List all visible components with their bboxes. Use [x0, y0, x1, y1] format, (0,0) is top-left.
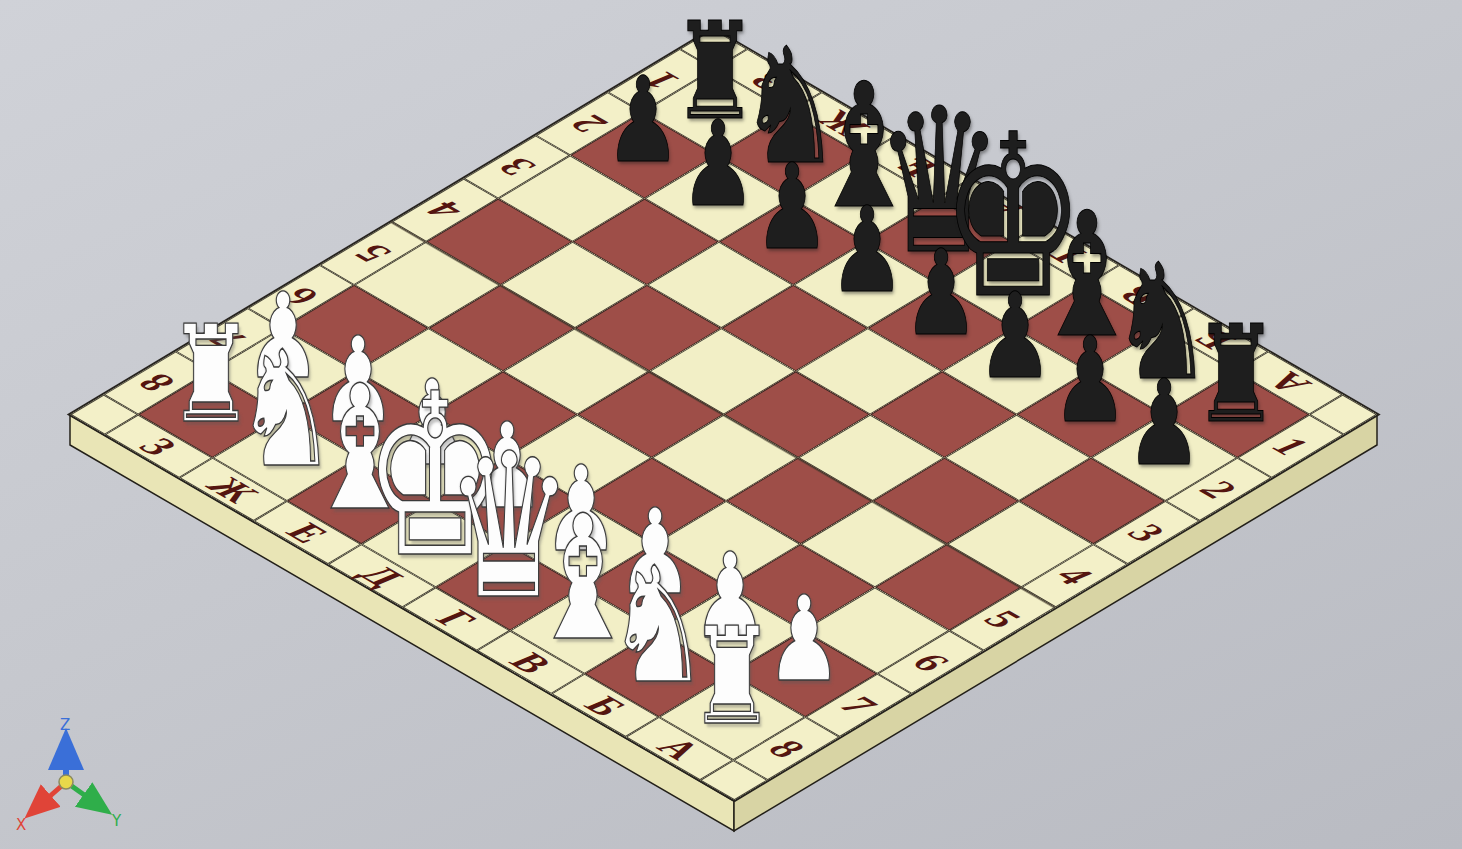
piece-white-pawn-a7[interactable]: ♟ [766, 579, 842, 697]
piece-black-pawn-a2[interactable]: ♟ [1126, 363, 1202, 481]
piece-black-pawn-c2[interactable]: ♟ [977, 277, 1053, 395]
piece-black-pawn-g2[interactable]: ♟ [680, 104, 756, 222]
origin-point [59, 775, 73, 789]
z-axis-label: Z [60, 716, 70, 734]
piece-black-pawn-b2[interactable]: ♟ [1052, 320, 1128, 438]
piece-black-rook-a1[interactable]: ♜ [1193, 307, 1280, 441]
piece-black-pawn-h2[interactable]: ♟ [605, 61, 681, 179]
cad-viewport[interactable]: ЗЖЕДГВБА1122334455667788ЗЖЕДГВБА ♜♞♟♟♝♛♟… [0, 0, 1462, 849]
x-axis-label: X [16, 816, 26, 834]
piece-black-pawn-e2[interactable]: ♟ [828, 191, 904, 309]
piece-white-rook-a8[interactable]: ♜ [689, 610, 776, 744]
y-axis-label: Y [111, 812, 122, 830]
origin-triad: Z X Y [8, 712, 133, 842]
piece-black-pawn-d2[interactable]: ♟ [903, 234, 979, 352]
piece-black-pawn-f2[interactable]: ♟ [754, 147, 830, 265]
